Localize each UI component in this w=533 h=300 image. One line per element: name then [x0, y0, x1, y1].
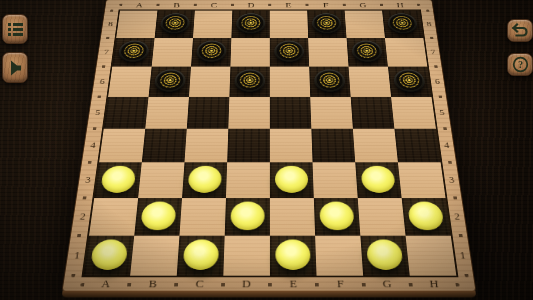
square-c6 [189, 67, 230, 97]
square-e3[interactable] [270, 162, 314, 198]
file-labels-top: ABCDEFGH [120, 0, 420, 11]
square-f3 [313, 162, 358, 198]
board-side-edge [62, 291, 477, 298]
yellow-piece-g1[interactable] [366, 240, 404, 270]
dark-piece-d8[interactable] [236, 13, 265, 34]
dark-piece-a7[interactable] [118, 41, 150, 63]
square-c7[interactable] [191, 38, 231, 67]
yellow-piece-h2[interactable] [407, 202, 444, 231]
square-h7 [385, 38, 427, 67]
square-f2[interactable] [314, 198, 361, 236]
square-b5 [145, 97, 189, 129]
help-button[interactable]: ? [507, 53, 533, 76]
square-b8[interactable] [155, 11, 195, 38]
square-a5[interactable] [104, 97, 149, 129]
square-e2 [270, 198, 315, 236]
square-h8[interactable] [382, 11, 423, 38]
square-b2[interactable] [134, 198, 182, 236]
square-d5 [228, 97, 270, 129]
square-e8 [270, 11, 308, 38]
square-f8[interactable] [307, 11, 346, 38]
square-f4[interactable] [311, 129, 355, 163]
board-grid [84, 11, 457, 276]
square-g3[interactable] [355, 162, 401, 198]
square-g2 [358, 198, 406, 236]
file-label-top-h: H [381, 0, 420, 11]
dark-piece-f6[interactable] [314, 70, 346, 93]
square-g4 [353, 129, 398, 163]
board-perspective-wrapper: ABCDEFGH ABCDEFGH 87654321 87654321 [62, 0, 477, 292]
square-a2 [89, 198, 138, 236]
square-b3 [138, 162, 184, 198]
square-b7 [152, 38, 193, 67]
dark-piece-c7[interactable] [196, 41, 227, 63]
yellow-piece-a3[interactable] [100, 166, 136, 193]
square-h6[interactable] [388, 67, 432, 97]
square-e4 [270, 129, 313, 163]
square-g6 [349, 67, 392, 97]
svg-text:?: ? [517, 59, 522, 70]
undo-button[interactable] [507, 19, 533, 42]
square-b4[interactable] [142, 129, 187, 163]
square-f6[interactable] [309, 67, 350, 97]
yellow-piece-e1[interactable] [275, 240, 310, 270]
yellow-piece-b2[interactable] [140, 202, 176, 231]
square-a6 [108, 67, 152, 97]
square-b1 [130, 236, 179, 276]
square-g5[interactable] [351, 97, 395, 129]
dark-piece-b6[interactable] [154, 70, 186, 93]
menu-button[interactable] [2, 14, 28, 44]
file-label-top-d: D [232, 0, 269, 11]
square-f1 [315, 236, 363, 276]
dark-piece-h6[interactable] [393, 70, 426, 93]
square-a3[interactable] [94, 162, 142, 198]
square-g8 [345, 11, 385, 38]
file-label-top-e: E [270, 0, 307, 11]
file-label-top-f: F [307, 0, 345, 11]
question-mark-icon: ? [512, 56, 529, 73]
yellow-piece-d2[interactable] [230, 202, 264, 231]
yellow-piece-f2[interactable] [319, 202, 354, 231]
menu-list-icon [7, 21, 24, 38]
file-label-top-g: G [344, 0, 382, 11]
board: ABCDEFGH ABCDEFGH 87654321 87654321 [62, 0, 477, 292]
square-e5[interactable] [270, 97, 312, 129]
file-label-top-b: B [157, 0, 195, 11]
square-e7[interactable] [270, 38, 309, 67]
square-c2 [179, 198, 225, 236]
dark-piece-h8[interactable] [387, 13, 418, 34]
square-c4 [184, 129, 228, 163]
yellow-piece-e3[interactable] [275, 166, 308, 193]
square-a7[interactable] [112, 38, 154, 67]
dark-piece-b8[interactable] [160, 13, 191, 34]
square-g1[interactable] [360, 236, 409, 276]
dark-piece-d6[interactable] [234, 70, 265, 93]
square-a4 [99, 129, 145, 163]
square-d4[interactable] [227, 129, 270, 163]
square-d8[interactable] [231, 11, 269, 38]
square-e6 [270, 67, 310, 97]
file-label-top-a: A [120, 0, 159, 11]
square-e1[interactable] [270, 236, 317, 276]
dark-piece-e7[interactable] [274, 41, 304, 63]
square-b6[interactable] [149, 67, 191, 97]
yellow-piece-g3[interactable] [361, 166, 396, 193]
square-d7 [230, 38, 269, 67]
square-h4[interactable] [394, 129, 440, 163]
yellow-piece-c1[interactable] [183, 240, 219, 270]
yellow-piece-a1[interactable] [90, 240, 129, 270]
square-a8 [116, 11, 157, 38]
speaker-icon [6, 59, 24, 77]
square-h3 [398, 162, 446, 198]
file-label-top-c: C [195, 0, 233, 11]
border-nails-bottom [80, 283, 460, 286]
dark-piece-g7[interactable] [351, 41, 382, 63]
square-f7 [308, 38, 348, 67]
square-c8 [193, 11, 232, 38]
sound-button[interactable] [2, 52, 28, 83]
square-d2[interactable] [225, 198, 270, 236]
square-h5 [391, 97, 436, 129]
square-h2[interactable] [402, 198, 451, 236]
border-nails-top [119, 4, 420, 6]
square-h1 [406, 236, 457, 276]
square-d1 [223, 236, 270, 276]
square-d6[interactable] [229, 67, 269, 97]
dark-piece-f8[interactable] [312, 13, 342, 34]
square-a1[interactable] [84, 236, 135, 276]
yellow-piece-c3[interactable] [188, 166, 222, 193]
square-d3 [226, 162, 270, 198]
square-f5 [310, 97, 353, 129]
undo-arrow-icon [511, 22, 529, 39]
square-c1[interactable] [177, 236, 225, 276]
square-c5[interactable] [187, 97, 230, 129]
square-c3[interactable] [182, 162, 227, 198]
square-g7[interactable] [347, 38, 388, 67]
